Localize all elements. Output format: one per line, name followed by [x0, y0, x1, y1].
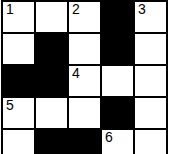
- clue-number-1: 1: [6, 2, 14, 17]
- clue-number-4: 4: [72, 66, 80, 81]
- block-cell-r3c1: [3, 66, 34, 96]
- cell-r2c5[interactable]: [135, 34, 166, 64]
- cell-r3c3[interactable]: 4: [69, 66, 100, 96]
- crossword-board: 123456: [1, 0, 168, 154]
- cell-r1c3[interactable]: 2: [69, 2, 100, 32]
- cell-r4c3[interactable]: [69, 98, 100, 128]
- block-cell-r4c4: [102, 98, 133, 128]
- block-cell-r2c4: [102, 34, 133, 64]
- cell-r2c3[interactable]: [69, 34, 100, 64]
- cell-r4c1[interactable]: 5: [3, 98, 34, 128]
- crossword-diagram: 123456: [0, 0, 180, 154]
- cell-r3c5[interactable]: [135, 66, 166, 96]
- clue-number-5: 5: [6, 98, 14, 113]
- clue-number-3: 3: [138, 2, 146, 17]
- block-cell-r5c2: [36, 130, 67, 154]
- cell-r4c5[interactable]: [135, 98, 166, 128]
- clue-number-2: 2: [72, 2, 80, 17]
- block-cell-r2c2: [36, 34, 67, 64]
- cell-r1c5[interactable]: 3: [135, 2, 166, 32]
- cell-r5c4[interactable]: 6: [102, 130, 133, 154]
- cell-r5c1[interactable]: [3, 130, 34, 154]
- clue-number-6: 6: [105, 130, 113, 145]
- cell-r1c1[interactable]: 1: [3, 2, 34, 32]
- cell-r1c2[interactable]: [36, 2, 67, 32]
- block-cell-r3c2: [36, 66, 67, 96]
- block-cell-r5c3: [69, 130, 100, 154]
- block-cell-r1c4: [102, 2, 133, 32]
- cell-r5c5[interactable]: [135, 130, 166, 154]
- cell-r2c1[interactable]: [3, 34, 34, 64]
- cell-r3c4[interactable]: [102, 66, 133, 96]
- cell-r4c2[interactable]: [36, 98, 67, 128]
